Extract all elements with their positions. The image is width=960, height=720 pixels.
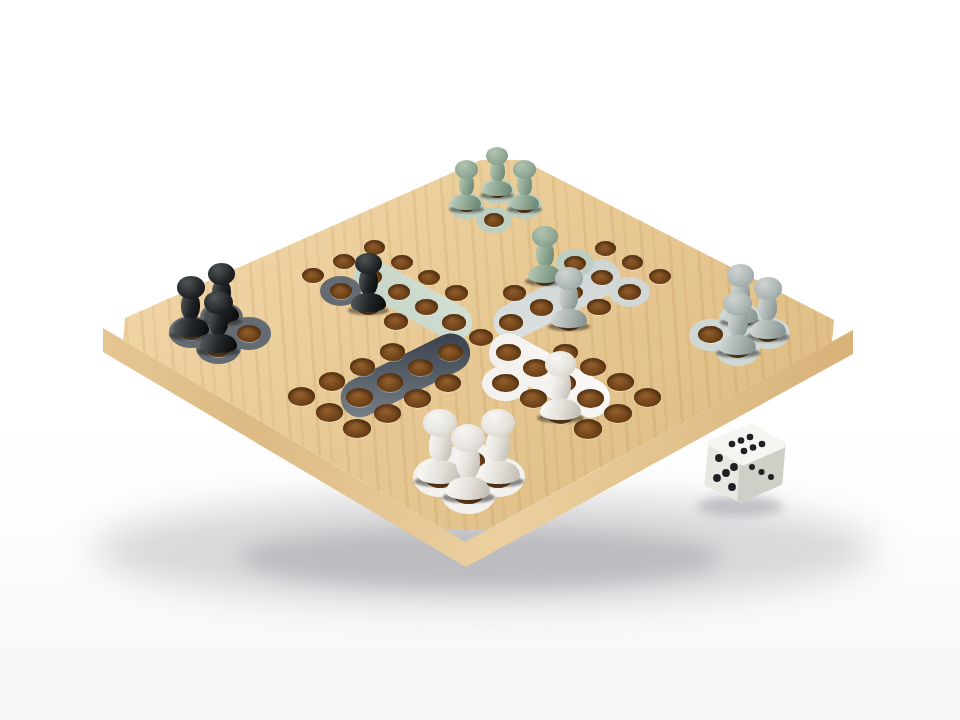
product-photo-stage (0, 0, 960, 720)
peg-base (540, 399, 580, 420)
peg-grey-4[interactable] (551, 267, 587, 327)
peg-black-3[interactable] (200, 291, 238, 354)
peg-base (351, 293, 386, 311)
peg-white-1[interactable] (540, 351, 581, 420)
peg-head (204, 291, 233, 314)
die-pip (750, 444, 757, 451)
peg-head (208, 263, 235, 285)
peg-head (555, 267, 583, 289)
peg-base (446, 477, 491, 501)
peg-grey-4[interactable] (719, 292, 757, 355)
die-pip (722, 469, 730, 477)
peg-head (451, 424, 486, 452)
peg-head (545, 351, 576, 376)
die-pip (768, 474, 774, 480)
die-pip (729, 441, 736, 448)
peg-head (754, 277, 782, 300)
die-pip (738, 437, 745, 444)
peg-base (551, 309, 587, 328)
die-pip (759, 441, 766, 448)
die-pip (759, 469, 765, 475)
peg-head (723, 292, 752, 315)
die-pip (741, 448, 748, 455)
peg-base (200, 334, 237, 353)
peg-head (355, 253, 382, 275)
die[interactable] (0, 0, 960, 720)
peg-base (719, 335, 756, 355)
die-pip (749, 464, 755, 470)
die-pip (730, 463, 738, 471)
die-pip (715, 454, 723, 462)
die-pip (713, 474, 721, 482)
peg-white-4[interactable] (445, 424, 491, 500)
die-pip (747, 434, 754, 441)
peg-black-1[interactable] (351, 253, 386, 312)
die-pip (728, 483, 736, 491)
